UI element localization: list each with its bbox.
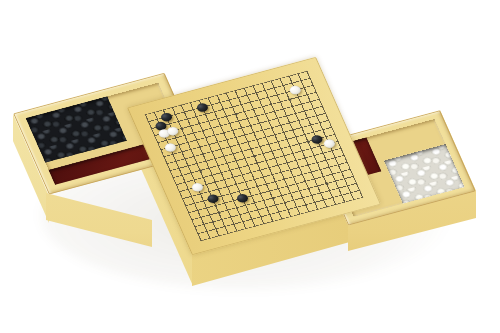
- star-point: [287, 98, 291, 101]
- star-point: [306, 140, 310, 143]
- white-stone[interactable]: [288, 85, 302, 96]
- go-set-photo: [0, 0, 500, 333]
- star-point: [325, 182, 329, 185]
- star-point: [234, 112, 238, 115]
- white-stone[interactable]: [163, 142, 177, 153]
- black-stone[interactable]: [195, 102, 209, 113]
- black-stone[interactable]: [236, 193, 250, 204]
- star-point: [271, 197, 275, 200]
- white-stones-pile[interactable]: [384, 144, 464, 203]
- star-point: [180, 127, 184, 130]
- black-stone[interactable]: [310, 134, 324, 145]
- board-grid: [145, 71, 364, 242]
- white-stone[interactable]: [322, 138, 336, 149]
- black-stone[interactable]: [205, 193, 219, 204]
- star-point: [217, 211, 221, 214]
- white-stone[interactable]: [190, 181, 204, 192]
- go-set-top-surfaces: [0, 0, 500, 333]
- star-point: [252, 155, 256, 158]
- star-point: [198, 169, 202, 172]
